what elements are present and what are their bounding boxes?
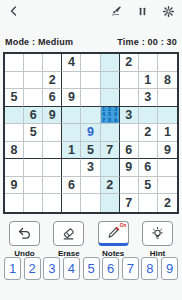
cell-r5c7[interactable]: [120, 124, 139, 142]
numpad-1[interactable]: 1: [4, 257, 21, 280]
cell-r5c5[interactable]: 9: [81, 124, 100, 142]
undo-icon[interactable]: [9, 221, 40, 246]
cell-r9c3[interactable]: [43, 194, 62, 212]
cell-r3c8[interactable]: 3: [139, 89, 158, 107]
cell-r1c5[interactable]: [81, 54, 100, 72]
cell-r3c4[interactable]: 9: [62, 89, 81, 107]
cell-r7c5[interactable]: 3: [81, 159, 100, 177]
cell-r3c6[interactable]: [101, 89, 120, 107]
cell-r8c9[interactable]: [158, 177, 177, 195]
cell-r8c5[interactable]: [81, 177, 100, 195]
cell-r8c2[interactable]: [24, 177, 43, 195]
cell-r1c3[interactable]: [43, 54, 62, 72]
cell-r1c2[interactable]: [24, 54, 43, 72]
cell-r2c3[interactable]: 2: [43, 72, 62, 90]
cell-r2c8[interactable]: 1: [139, 72, 158, 90]
numpad-3[interactable]: 3: [43, 257, 60, 280]
cell-r6c7[interactable]: 6: [120, 142, 139, 160]
cell-r4c4[interactable]: [62, 107, 81, 125]
cell-r8c7[interactable]: [120, 177, 139, 195]
cell-r6c3[interactable]: [43, 142, 62, 160]
cell-r6c2[interactable]: [24, 142, 43, 160]
cell-r5c1[interactable]: [5, 124, 24, 142]
cell-r3c3[interactable]: 6: [43, 89, 62, 107]
numpad-2[interactable]: 2: [24, 257, 41, 280]
cell-r6c9[interactable]: 9: [158, 142, 177, 160]
cell-r7c2[interactable]: [24, 159, 43, 177]
cell-r2c7[interactable]: [120, 72, 139, 90]
cell-r9c1[interactable]: [5, 194, 24, 212]
cell-r6c5[interactable]: 5: [81, 142, 100, 160]
pause-icon[interactable]: [135, 4, 149, 18]
cell-r7c6[interactable]: [101, 159, 120, 177]
cell-r2c5[interactable]: [81, 72, 100, 90]
top-bar: [0, 0, 182, 22]
notes-button[interactable]: On Notes: [98, 221, 129, 258]
eraser-icon[interactable]: [53, 221, 84, 246]
number-pad: 123456789: [4, 257, 178, 280]
settings-gear-icon[interactable]: [161, 4, 175, 18]
notes-on-badge: On: [120, 222, 127, 228]
cell-r8c4[interactable]: 6: [62, 177, 81, 195]
back-icon[interactable]: [7, 4, 21, 18]
cell-r8c8[interactable]: 5: [139, 177, 158, 195]
cell-r6c1[interactable]: 8: [5, 142, 24, 160]
cell-r9c4[interactable]: [62, 194, 81, 212]
cell-r9c7[interactable]: 7: [120, 194, 139, 212]
sudoku-app-screen: Mode : Medium Time : 00 : 30 42218569369…: [0, 0, 182, 300]
cell-r5c2[interactable]: 5: [24, 124, 43, 142]
numpad-6[interactable]: 6: [102, 257, 119, 280]
cell-r2c6[interactable]: [101, 72, 120, 90]
cell-r5c4[interactable]: [62, 124, 81, 142]
cell-r4c7[interactable]: 3: [120, 107, 139, 125]
cell-r4c1[interactable]: [5, 107, 24, 125]
numpad-7[interactable]: 7: [122, 257, 139, 280]
cell-r7c3[interactable]: [43, 159, 62, 177]
numpad-4[interactable]: 4: [63, 257, 80, 280]
cell-r3c2[interactable]: [24, 89, 43, 107]
cell-r3c1[interactable]: 5: [5, 89, 24, 107]
cell-r4c6[interactable]: 123456789: [101, 107, 120, 125]
erase-button[interactable]: Erase: [53, 221, 84, 258]
cell-r1c9[interactable]: [158, 54, 177, 72]
cell-r4c2[interactable]: 6: [24, 107, 43, 125]
cell-r1c4[interactable]: 4: [62, 54, 81, 72]
numpad-8[interactable]: 8: [141, 257, 158, 280]
cell-r8c3[interactable]: [43, 177, 62, 195]
cell-r9c8[interactable]: [139, 194, 158, 212]
cell-r9c9[interactable]: 2: [158, 194, 177, 212]
cell-r1c6[interactable]: [101, 54, 120, 72]
cell-r1c8[interactable]: [139, 54, 158, 72]
cell-r9c2[interactable]: [24, 194, 43, 212]
toolbar: Undo Erase On N: [0, 221, 182, 258]
cell-r5c9[interactable]: 1: [158, 124, 177, 142]
cell-r6c6[interactable]: 7: [101, 142, 120, 160]
cell-r7c4[interactable]: [62, 159, 81, 177]
theme-brush-icon[interactable]: [109, 4, 123, 18]
lightbulb-icon[interactable]: [142, 221, 173, 246]
cell-r8c6[interactable]: 2: [101, 177, 120, 195]
cell-r5c3[interactable]: [43, 124, 62, 142]
cell-r6c4[interactable]: 1: [62, 142, 81, 160]
cell-r7c9[interactable]: [158, 159, 177, 177]
cell-r4c8[interactable]: [139, 107, 158, 125]
timer-label: Time : 00 : 30: [117, 37, 177, 47]
cell-r9c5[interactable]: [81, 194, 100, 212]
cell-r2c1[interactable]: [5, 72, 24, 90]
cell-r4c3[interactable]: 9: [43, 107, 62, 125]
cell-r2c9[interactable]: 8: [158, 72, 177, 90]
cell-r2c4[interactable]: [62, 72, 81, 90]
cell-r7c1[interactable]: [5, 159, 24, 177]
mode-label: Mode : Medium: [5, 37, 73, 47]
hint-button[interactable]: Hint: [142, 221, 173, 258]
cell-r4c5[interactable]: [81, 107, 100, 125]
cell-r8c1[interactable]: 9: [5, 177, 24, 195]
numpad-9[interactable]: 9: [161, 257, 178, 280]
cell-r3c7[interactable]: [120, 89, 139, 107]
cell-r1c1[interactable]: [5, 54, 24, 72]
cell-r3c9[interactable]: [158, 89, 177, 107]
cell-r7c8[interactable]: 6: [139, 159, 158, 177]
cell-r7c7[interactable]: 9: [120, 159, 139, 177]
pencil-icon[interactable]: On: [98, 221, 129, 246]
cell-r1c7[interactable]: 2: [120, 54, 139, 72]
sudoku-board: 4221856936912345678935921815769396962572: [3, 52, 179, 214]
notes-grid: 123456789: [101, 107, 119, 124]
undo-button[interactable]: Undo: [9, 221, 40, 258]
cell-r6c8[interactable]: [139, 142, 158, 160]
cell-r4c9[interactable]: [158, 107, 177, 125]
status-row: Mode : Medium Time : 00 : 30: [5, 37, 177, 47]
cell-r5c6[interactable]: [101, 124, 120, 142]
cell-r9c6[interactable]: [101, 194, 120, 212]
cell-r3c5[interactable]: [81, 89, 100, 107]
numpad-5[interactable]: 5: [83, 257, 100, 280]
cell-r5c8[interactable]: 2: [139, 124, 158, 142]
cell-r2c2[interactable]: [24, 72, 43, 90]
